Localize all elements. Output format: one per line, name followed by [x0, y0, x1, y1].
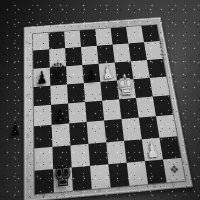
- square-b5[interactable]: [50, 84, 68, 105]
- rank-label-8: 8: [26, 39, 29, 44]
- square-c4[interactable]: [68, 102, 87, 124]
- photo-scene: ♟♛♟♟♚♟♟♚❖ Drueke abcdefgh 87654321 ♟♟: [0, 0, 200, 200]
- black-pawn-a6[interactable]: ♟: [36, 68, 48, 86]
- square-c8[interactable]: [64, 30, 81, 48]
- square-c7[interactable]: [65, 47, 82, 66]
- square-b6[interactable]: ♛: [50, 66, 67, 86]
- square-b3[interactable]: [52, 124, 71, 147]
- rank-label-5: 5: [26, 92, 29, 98]
- rank-label-3: 3: [26, 132, 29, 138]
- file-label-a: a: [41, 191, 45, 198]
- square-a2[interactable]: [34, 146, 53, 170]
- file-label-f: f: [135, 183, 138, 190]
- square-a3[interactable]: [34, 125, 52, 148]
- square-a5[interactable]: [34, 86, 51, 107]
- square-h4[interactable]: [153, 95, 173, 116]
- rank-label-6: 6: [26, 74, 29, 79]
- rank-coordinate-labels: 87654321: [26, 33, 30, 191]
- white-pawn-e6[interactable]: ♟: [101, 63, 114, 81]
- rank-label-7: 7: [26, 56, 29, 61]
- square-d7[interactable]: [81, 46, 99, 65]
- square-c3[interactable]: [69, 122, 88, 145]
- square-c2[interactable]: [70, 143, 90, 167]
- square-a6[interactable]: ♟: [33, 67, 50, 87]
- file-label-e: e: [116, 184, 120, 191]
- square-d5[interactable]: [84, 82, 102, 102]
- rank-label-4: 4: [26, 112, 29, 118]
- square-b4[interactable]: ♟: [51, 103, 69, 125]
- offboard-black-pawn[interactable]: ♟: [8, 119, 21, 200]
- rank-label-1: 1: [26, 176, 30, 183]
- square-d3[interactable]: [87, 121, 106, 144]
- chess-board: ♟♛♟♟♚♟♟♚❖ Drueke abcdefgh 87654321 ♟♟: [24, 17, 193, 200]
- square-a8[interactable]: [33, 33, 49, 51]
- square-a7[interactable]: [33, 50, 50, 69]
- black-pawn-b4[interactable]: ♟: [54, 105, 67, 125]
- square-b8[interactable]: [49, 32, 66, 50]
- black-pawn-d6[interactable]: ♟: [85, 64, 98, 82]
- square-c5[interactable]: [67, 83, 85, 104]
- square-d6[interactable]: ♟: [82, 63, 100, 83]
- square-d2[interactable]: [88, 142, 108, 166]
- square-c6[interactable]: [66, 65, 84, 85]
- maker-logo-icon: ❖: [168, 164, 179, 176]
- square-h5[interactable]: [150, 76, 170, 96]
- file-label-h: h: [170, 179, 175, 186]
- square-h2[interactable]: [159, 136, 181, 159]
- file-label-c: c: [79, 188, 82, 195]
- square-h6[interactable]: [147, 58, 166, 77]
- square-h3[interactable]: [156, 115, 177, 137]
- black-queen-b6[interactable]: ♛: [49, 59, 67, 86]
- square-d4[interactable]: [85, 101, 104, 122]
- file-label-d: d: [98, 186, 102, 193]
- black-king-b1[interactable]: ♚: [52, 157, 73, 193]
- square-d8[interactable]: [80, 29, 97, 47]
- square-a4[interactable]: [34, 105, 52, 127]
- rank-label-2: 2: [26, 154, 29, 161]
- square-b1[interactable]: ♚: [53, 167, 73, 192]
